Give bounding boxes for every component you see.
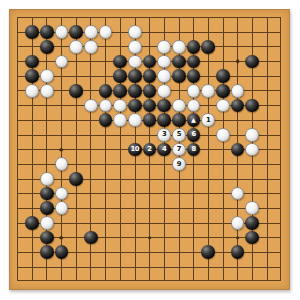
- black-stone: ▲: [187, 113, 201, 127]
- black-stone: [25, 69, 39, 83]
- black-stone: [69, 84, 83, 98]
- intersection[interactable]: [98, 25, 113, 40]
- black-stone: [157, 113, 171, 127]
- white-stone: [128, 40, 142, 54]
- intersection[interactable]: [245, 127, 260, 142]
- stones-layer: ▲13561024789: [10, 10, 289, 289]
- white-stone: [128, 55, 142, 69]
- intersection[interactable]: [54, 25, 69, 40]
- intersection[interactable]: [69, 172, 84, 187]
- white-stone: [231, 187, 245, 201]
- white-stone: [172, 99, 186, 113]
- intersection[interactable]: [245, 230, 260, 245]
- white-stone: [128, 25, 142, 39]
- white-stone: [40, 84, 54, 98]
- black-stone: [245, 231, 259, 245]
- white-stone: [157, 55, 171, 69]
- black-stone: [25, 25, 39, 39]
- intersection[interactable]: [113, 54, 128, 69]
- intersection[interactable]: 8: [186, 142, 201, 157]
- black-stone: [143, 113, 157, 127]
- black-stone: [201, 245, 215, 259]
- black-stone: [40, 187, 54, 201]
- intersection[interactable]: 4: [157, 142, 172, 157]
- black-stone: [99, 84, 113, 98]
- white-stone: [216, 128, 230, 142]
- black-stone: [216, 69, 230, 83]
- intersection[interactable]: [245, 142, 260, 157]
- white-stone: 9: [172, 157, 186, 171]
- intersection[interactable]: [39, 25, 54, 40]
- intersection[interactable]: 6: [186, 127, 201, 142]
- intersection[interactable]: [39, 245, 54, 260]
- intersection[interactable]: [172, 98, 187, 113]
- intersection[interactable]: [230, 186, 245, 201]
- black-stone: [113, 84, 127, 98]
- intersection[interactable]: [25, 216, 40, 231]
- intersection[interactable]: 1: [201, 113, 216, 128]
- black-stone: [113, 55, 127, 69]
- white-stone: [113, 113, 127, 127]
- white-stone: [157, 69, 171, 83]
- move-number-label: 9: [177, 161, 181, 168]
- intersection[interactable]: [142, 83, 157, 98]
- black-stone: [40, 40, 54, 54]
- white-stone: [84, 40, 98, 54]
- white-stone: [245, 143, 259, 157]
- intersection[interactable]: [216, 69, 231, 84]
- intersection[interactable]: [127, 83, 142, 98]
- intersection[interactable]: 2: [142, 142, 157, 157]
- intersection[interactable]: [54, 157, 69, 172]
- intersection[interactable]: [157, 98, 172, 113]
- intersection[interactable]: [39, 201, 54, 216]
- intersection[interactable]: [230, 83, 245, 98]
- black-stone: [187, 69, 201, 83]
- black-stone: 4: [157, 143, 171, 157]
- intersection[interactable]: [98, 98, 113, 113]
- black-stone: 2: [143, 143, 157, 157]
- white-stone: [84, 99, 98, 113]
- white-stone: 7: [172, 143, 186, 157]
- black-stone: [231, 99, 245, 113]
- intersection[interactable]: [186, 39, 201, 54]
- intersection[interactable]: [245, 216, 260, 231]
- intersection[interactable]: [113, 83, 128, 98]
- move-number-label: 6: [191, 131, 195, 138]
- intersection[interactable]: [39, 186, 54, 201]
- black-stone: [40, 25, 54, 39]
- intersection[interactable]: [69, 25, 84, 40]
- intersection[interactable]: [98, 113, 113, 128]
- white-stone: [172, 40, 186, 54]
- intersection[interactable]: [83, 25, 98, 40]
- intersection[interactable]: [172, 39, 187, 54]
- white-stone: [99, 25, 113, 39]
- black-stone: [231, 143, 245, 157]
- intersection[interactable]: [245, 54, 260, 69]
- white-stone: [187, 99, 201, 113]
- black-stone: [69, 172, 83, 186]
- white-stone: [99, 99, 113, 113]
- intersection[interactable]: [39, 69, 54, 84]
- intersection[interactable]: [25, 83, 40, 98]
- move-number-label: 3: [162, 131, 166, 138]
- black-stone: 10: [128, 143, 142, 157]
- white-stone: [84, 25, 98, 39]
- intersection[interactable]: 3: [157, 127, 172, 142]
- white-stone: [128, 113, 142, 127]
- intersection[interactable]: [127, 54, 142, 69]
- intersection[interactable]: [113, 98, 128, 113]
- intersection[interactable]: [98, 83, 113, 98]
- intersection[interactable]: [113, 69, 128, 84]
- intersection[interactable]: [186, 98, 201, 113]
- intersection[interactable]: 5: [172, 127, 187, 142]
- intersection[interactable]: [54, 54, 69, 69]
- intersection[interactable]: [54, 186, 69, 201]
- black-stone: [143, 99, 157, 113]
- white-stone: [55, 157, 69, 171]
- black-stone: [143, 69, 157, 83]
- black-stone: [231, 245, 245, 259]
- intersection[interactable]: [54, 201, 69, 216]
- intersection[interactable]: 7: [172, 142, 187, 157]
- intersection[interactable]: [142, 54, 157, 69]
- move-number-label: 2: [147, 146, 151, 153]
- intersection[interactable]: [157, 54, 172, 69]
- black-stone: 8: [187, 143, 201, 157]
- white-stone: 5: [172, 128, 186, 142]
- white-stone: [245, 128, 259, 142]
- intersection[interactable]: [113, 113, 128, 128]
- black-stone: [245, 55, 259, 69]
- white-stone: [55, 187, 69, 201]
- black-stone: [25, 55, 39, 69]
- black-stone: [172, 69, 186, 83]
- intersection[interactable]: [39, 39, 54, 54]
- white-stone: [245, 201, 259, 215]
- black-stone: [187, 40, 201, 54]
- white-stone: [25, 84, 39, 98]
- intersection[interactable]: [245, 98, 260, 113]
- black-stone: [172, 55, 186, 69]
- black-stone: [128, 99, 142, 113]
- intersection[interactable]: [69, 39, 84, 54]
- go-board[interactable]: ▲13561024789: [9, 9, 290, 290]
- intersection[interactable]: [142, 69, 157, 84]
- intersection[interactable]: [216, 127, 231, 142]
- white-stone: [40, 216, 54, 230]
- intersection[interactable]: [186, 69, 201, 84]
- white-stone: [231, 216, 245, 230]
- white-stone: [216, 99, 230, 113]
- move-number-label: 8: [191, 146, 195, 153]
- black-stone: [172, 113, 186, 127]
- intersection[interactable]: [172, 113, 187, 128]
- black-stone: [157, 99, 171, 113]
- intersection[interactable]: [39, 172, 54, 187]
- move-number-label: 5: [177, 131, 181, 138]
- white-stone: [187, 84, 201, 98]
- intersection[interactable]: [127, 113, 142, 128]
- intersection[interactable]: [230, 216, 245, 231]
- intersection[interactable]: [201, 39, 216, 54]
- go-game-screenshot: ▲13561024789: [0, 0, 300, 300]
- intersection[interactable]: [25, 25, 40, 40]
- black-stone: [143, 55, 157, 69]
- intersection[interactable]: [230, 98, 245, 113]
- intersection[interactable]: [157, 83, 172, 98]
- white-stone: [55, 201, 69, 215]
- white-stone: [113, 99, 127, 113]
- black-stone: [69, 25, 83, 39]
- intersection[interactable]: [230, 245, 245, 260]
- black-stone: [143, 84, 157, 98]
- intersection[interactable]: [83, 98, 98, 113]
- intersection[interactable]: [127, 25, 142, 40]
- intersection[interactable]: 10: [127, 142, 142, 157]
- black-stone: [187, 55, 201, 69]
- white-stone: [40, 69, 54, 83]
- intersection[interactable]: [172, 69, 187, 84]
- intersection[interactable]: [157, 113, 172, 128]
- black-stone: [113, 69, 127, 83]
- white-stone: [157, 84, 171, 98]
- black-stone: [40, 231, 54, 245]
- black-stone: [245, 99, 259, 113]
- intersection[interactable]: [230, 142, 245, 157]
- move-number-label: 4: [162, 146, 166, 153]
- white-stone: [55, 55, 69, 69]
- intersection[interactable]: [157, 39, 172, 54]
- intersection[interactable]: [69, 83, 84, 98]
- black-stone: [55, 245, 69, 259]
- white-stone: [157, 40, 171, 54]
- intersection[interactable]: [186, 54, 201, 69]
- intersection[interactable]: ▲: [186, 113, 201, 128]
- intersection[interactable]: [201, 245, 216, 260]
- intersection[interactable]: [201, 83, 216, 98]
- intersection[interactable]: [83, 230, 98, 245]
- white-stone: 1: [201, 113, 215, 127]
- intersection[interactable]: [186, 83, 201, 98]
- intersection[interactable]: [127, 39, 142, 54]
- intersection[interactable]: 9: [172, 157, 187, 172]
- intersection[interactable]: [25, 54, 40, 69]
- black-stone: [40, 201, 54, 215]
- white-stone: [55, 25, 69, 39]
- white-stone: [201, 84, 215, 98]
- intersection[interactable]: [39, 230, 54, 245]
- black-stone: [216, 84, 230, 98]
- intersection[interactable]: [39, 83, 54, 98]
- intersection[interactable]: [54, 245, 69, 260]
- black-stone: 6: [187, 128, 201, 142]
- intersection[interactable]: [157, 69, 172, 84]
- white-stone: [40, 172, 54, 186]
- intersection[interactable]: [83, 39, 98, 54]
- intersection[interactable]: [172, 54, 187, 69]
- intersection[interactable]: [25, 69, 40, 84]
- intersection[interactable]: [127, 69, 142, 84]
- black-stone: [99, 113, 113, 127]
- move-number-label: 1: [206, 117, 210, 124]
- black-stone: [25, 216, 39, 230]
- black-stone: [128, 69, 142, 83]
- black-stone: [40, 245, 54, 259]
- intersection[interactable]: [39, 216, 54, 231]
- intersection[interactable]: [142, 98, 157, 113]
- white-stone: [231, 84, 245, 98]
- white-stone: [69, 40, 83, 54]
- triangle-marker: ▲: [191, 117, 196, 123]
- white-stone: 3: [157, 128, 171, 142]
- intersection[interactable]: [127, 98, 142, 113]
- move-number-label: 10: [131, 146, 139, 153]
- black-stone: [84, 231, 98, 245]
- move-number-label: 7: [177, 146, 181, 153]
- black-stone: [245, 216, 259, 230]
- black-stone: [201, 40, 215, 54]
- intersection[interactable]: [245, 201, 260, 216]
- intersection[interactable]: [216, 98, 231, 113]
- black-stone: [128, 84, 142, 98]
- intersection[interactable]: [142, 113, 157, 128]
- intersection[interactable]: [216, 83, 231, 98]
